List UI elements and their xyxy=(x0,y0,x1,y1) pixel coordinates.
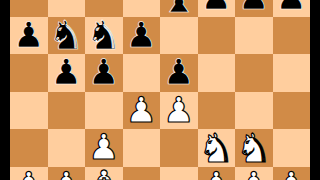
square-g2[interactable]: ♟ xyxy=(235,167,273,180)
black-pawn-e5: ♟ xyxy=(163,55,194,90)
square-d6[interactable]: ♟ xyxy=(123,17,161,55)
square-c4[interactable] xyxy=(85,92,123,130)
square-f3[interactable]: ♞ xyxy=(198,129,236,167)
square-d5[interactable] xyxy=(123,54,161,92)
white-pawn-h2: ♟ xyxy=(276,168,307,180)
square-d2[interactable] xyxy=(123,167,161,180)
square-e7[interactable]: ♝ xyxy=(160,0,198,17)
square-h5[interactable] xyxy=(273,54,311,92)
black-pawn-d6: ♟ xyxy=(126,18,157,53)
square-b4[interactable] xyxy=(48,92,86,130)
square-e4[interactable]: ♟ xyxy=(160,92,198,130)
square-f6[interactable] xyxy=(198,17,236,55)
white-pawn-a2: ♟ xyxy=(13,168,44,180)
square-c5[interactable]: ♟ xyxy=(85,54,123,92)
square-b6[interactable]: ♞ xyxy=(48,17,86,55)
white-pawn-c3: ♟ xyxy=(88,130,119,165)
square-h4[interactable] xyxy=(273,92,311,130)
white-pawn-f2: ♟ xyxy=(201,168,232,180)
square-c6[interactable]: ♞ xyxy=(85,17,123,55)
letterbox-right-bar xyxy=(310,0,320,180)
square-a3[interactable] xyxy=(10,129,48,167)
square-e6[interactable] xyxy=(160,17,198,55)
square-g6[interactable] xyxy=(235,17,273,55)
square-d4[interactable]: ♟ xyxy=(123,92,161,130)
square-a5[interactable] xyxy=(10,54,48,92)
square-a6[interactable]: ♟ xyxy=(10,17,48,55)
square-g5[interactable] xyxy=(235,54,273,92)
square-e2[interactable] xyxy=(160,167,198,180)
black-pawn-g7: ♟ xyxy=(238,0,269,15)
white-pawn-g2: ♟ xyxy=(238,168,269,180)
square-c7[interactable] xyxy=(85,0,123,17)
square-h2[interactable]: ♟ xyxy=(273,167,311,180)
black-pawn-b5: ♟ xyxy=(51,55,82,90)
white-knight-f3: ♞ xyxy=(198,128,234,168)
square-b2[interactable]: ♟ xyxy=(48,167,86,180)
white-pawn-d4: ♟ xyxy=(126,93,157,128)
square-f2[interactable]: ♟ xyxy=(198,167,236,180)
square-b5[interactable]: ♟ xyxy=(48,54,86,92)
white-pawn-e4: ♟ xyxy=(163,93,194,128)
white-knight-g3: ♞ xyxy=(236,128,272,168)
square-h3[interactable] xyxy=(273,129,311,167)
white-bishop-c2: ♝ xyxy=(86,165,122,180)
square-h7[interactable]: ♟ xyxy=(273,0,311,17)
square-d3[interactable] xyxy=(123,129,161,167)
square-g7[interactable]: ♟ xyxy=(235,0,273,17)
black-bishop-e7: ♝ xyxy=(161,0,197,18)
square-e5[interactable]: ♟ xyxy=(160,54,198,92)
square-d7[interactable] xyxy=(123,0,161,17)
video-frame: ♝♟♟♟♟♞♞♟♟♟♟♟♟♟♞♞♟♟♝♟♟♟ xyxy=(0,0,320,180)
square-a2[interactable]: ♟ xyxy=(10,167,48,180)
square-c2[interactable]: ♝ xyxy=(85,167,123,180)
black-pawn-f7: ♟ xyxy=(201,0,232,15)
square-f7[interactable]: ♟ xyxy=(198,0,236,17)
square-f4[interactable] xyxy=(198,92,236,130)
square-e3[interactable] xyxy=(160,129,198,167)
black-pawn-h7: ♟ xyxy=(276,0,307,15)
square-g4[interactable] xyxy=(235,92,273,130)
square-a7[interactable] xyxy=(10,0,48,17)
black-knight-b6: ♞ xyxy=(48,15,84,55)
white-pawn-b2: ♟ xyxy=(51,168,82,180)
square-b7[interactable] xyxy=(48,0,86,17)
letterbox-left-bar xyxy=(0,0,10,180)
square-c3[interactable]: ♟ xyxy=(85,129,123,167)
chess-board[interactable]: ♝♟♟♟♟♞♞♟♟♟♟♟♟♟♞♞♟♟♝♟♟♟ xyxy=(10,0,310,180)
black-knight-c6: ♞ xyxy=(86,15,122,55)
black-pawn-a6: ♟ xyxy=(13,18,44,53)
square-b3[interactable] xyxy=(48,129,86,167)
square-f5[interactable] xyxy=(198,54,236,92)
black-pawn-c5: ♟ xyxy=(88,55,119,90)
square-h6[interactable] xyxy=(273,17,311,55)
square-g3[interactable]: ♞ xyxy=(235,129,273,167)
square-a4[interactable] xyxy=(10,92,48,130)
